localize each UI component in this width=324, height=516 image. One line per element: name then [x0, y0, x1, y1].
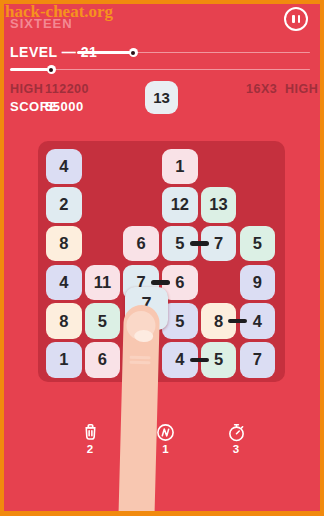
trash-icon — [81, 423, 100, 442]
merge-link-bar — [190, 358, 209, 363]
sub-progress-track — [51, 69, 310, 71]
board-tile[interactable]: 9 — [240, 265, 276, 301]
powerup-timer-count: 3 — [233, 443, 239, 455]
next-tile-preview: 13 — [145, 81, 178, 114]
board-tile[interactable]: 1 — [46, 342, 82, 378]
combo-high-label: HIGH — [285, 82, 318, 96]
powerup-shuffle-count: 1 — [162, 443, 168, 455]
app-title: SIXTEEN — [10, 16, 73, 31]
board-tile[interactable]: 5 — [85, 303, 121, 339]
high-label: HIGH — [10, 82, 43, 96]
board-tile[interactable]: 11 — [85, 265, 121, 301]
game-screen: hack-cheat.org SIXTEEN LEVEL — 21 HIGH 1… — [0, 0, 324, 516]
score-value: 55000 — [45, 99, 84, 114]
level-progress-fill — [77, 51, 133, 54]
board-tile[interactable]: 6 — [123, 226, 159, 262]
high-value: 112200 — [45, 82, 89, 96]
board: 4121213865754117698558416457 — [38, 141, 285, 382]
pause-button[interactable] — [284, 7, 308, 31]
board-tile[interactable]: 2 — [46, 187, 82, 223]
shuffle-icon — [156, 423, 175, 442]
level-progress-knob — [129, 48, 138, 57]
board-tile[interactable]: 7 — [240, 342, 276, 378]
powerup-trash-button[interactable]: 2 — [68, 423, 112, 455]
finger-crease — [130, 356, 151, 359]
board-tile[interactable]: 6 — [85, 342, 121, 378]
board-tile[interactable]: 13 — [201, 187, 237, 223]
merge-link-bar — [190, 241, 209, 246]
board-tile[interactable]: 12 — [162, 187, 198, 223]
board-tile[interactable]: 1 — [162, 149, 198, 185]
board-tile[interactable]: 4 — [46, 265, 82, 301]
combo-value: 16X3 — [246, 82, 277, 96]
board-tile[interactable]: 5 — [240, 226, 276, 262]
powerup-trash-count: 2 — [87, 443, 93, 455]
powerup-timer-button[interactable]: 3 — [214, 423, 258, 455]
sub-progress-knob — [47, 65, 56, 74]
sub-progress-fill — [10, 68, 51, 71]
timer-icon — [227, 423, 246, 442]
merge-link-bar — [228, 319, 247, 324]
pause-icon — [292, 15, 295, 23]
level-progress-track — [133, 52, 310, 54]
board-tile[interactable]: 8 — [46, 303, 82, 339]
finger-graphic — [118, 305, 160, 516]
board-tile[interactable]: 4 — [46, 149, 82, 185]
merge-link-bar — [151, 280, 170, 285]
finger-crease — [129, 361, 150, 364]
board-tile[interactable]: 8 — [46, 226, 82, 262]
